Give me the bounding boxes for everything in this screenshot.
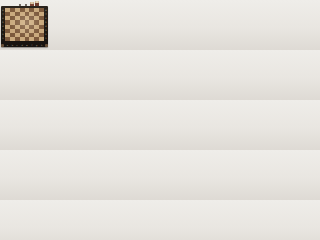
rank-label-r-1: 1	[45, 37, 48, 39]
chess-board-frame: abcdefgh8877665544332211	[1, 6, 48, 47]
rank-label-r-4: 4	[45, 25, 48, 27]
rank-label-r-2: 2	[45, 33, 48, 35]
rank-label-l-8: 8	[2, 9, 5, 11]
wooden-piece-cap	[30, 2, 34, 4]
rank-label-r-7: 7	[45, 13, 48, 15]
rank-label-l-1: 1	[2, 37, 5, 39]
rank-label-r-5: 5	[45, 21, 48, 23]
rank-label-l-7: 7	[2, 13, 5, 15]
rank-label-r-3: 3	[45, 29, 48, 31]
rank-label-l-6: 6	[2, 17, 5, 19]
wooden-piece-cap	[35, 1, 39, 3]
frame-corner-block	[1, 44, 4, 47]
rank-label-r-8: 8	[45, 9, 48, 11]
square-h1	[39, 37, 44, 41]
frame-corner-block	[45, 44, 48, 47]
rank-label-l-2: 2	[2, 33, 5, 35]
rank-label-l-4: 4	[2, 25, 5, 27]
file-label-h: h	[39, 44, 44, 46]
chess-board	[5, 8, 44, 41]
hinge-glint	[16, 4, 18, 5]
rank-label-r-6: 6	[45, 17, 48, 19]
rank-label-l-3: 3	[2, 29, 5, 31]
rank-label-l-5: 5	[2, 21, 5, 23]
